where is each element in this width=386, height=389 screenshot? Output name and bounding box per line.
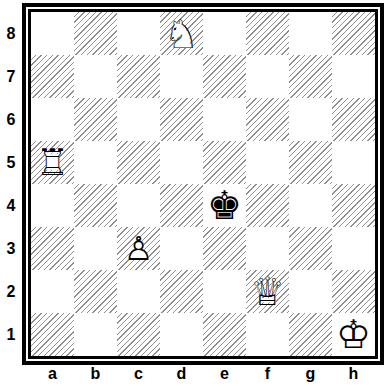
rank-labels: 87654321 (0, 12, 22, 356)
square-a3[interactable] (31, 227, 74, 270)
square-e6[interactable] (203, 98, 246, 141)
square-f8[interactable] (246, 12, 289, 55)
square-a2[interactable] (31, 270, 74, 313)
square-d4[interactable] (160, 184, 203, 227)
black-king-glyph: ♚ (203, 184, 246, 227)
square-f2[interactable]: ♛♕ (246, 270, 289, 313)
square-c5[interactable] (117, 141, 160, 184)
square-b7[interactable] (74, 55, 117, 98)
square-f5[interactable] (246, 141, 289, 184)
square-c3[interactable]: ♟♙ (117, 227, 160, 270)
square-f6[interactable] (246, 98, 289, 141)
square-d5[interactable] (160, 141, 203, 184)
square-c1[interactable] (117, 313, 160, 356)
rank-label-2: 2 (0, 270, 22, 313)
square-e5[interactable] (203, 141, 246, 184)
square-f4[interactable] (246, 184, 289, 227)
square-h1[interactable]: ♚♔ (332, 313, 375, 356)
square-a5[interactable]: ♜♖ (31, 141, 74, 184)
file-label-e: e (203, 361, 246, 387)
white-pawn-glyph: ♙ (117, 227, 160, 270)
square-d8[interactable]: ♞♘ (160, 12, 203, 55)
white-rook-glyph: ♖ (31, 141, 74, 184)
square-h6[interactable] (332, 98, 375, 141)
file-label-h: h (332, 361, 375, 387)
square-h7[interactable] (332, 55, 375, 98)
square-d2[interactable] (160, 270, 203, 313)
file-label-b: b (74, 361, 117, 387)
square-b3[interactable] (74, 227, 117, 270)
square-e1[interactable] (203, 313, 246, 356)
rank-label-1: 1 (0, 313, 22, 356)
file-label-d: d (160, 361, 203, 387)
square-g1[interactable] (289, 313, 332, 356)
square-f7[interactable] (246, 55, 289, 98)
square-g3[interactable] (289, 227, 332, 270)
square-e7[interactable] (203, 55, 246, 98)
square-e4[interactable]: ♚ (203, 184, 246, 227)
board-inner-frame: ♞♘♜♖♚♟♙♛♕♚♔ (28, 9, 378, 359)
white-king-glyph: ♔ (332, 313, 375, 356)
square-c2[interactable] (117, 270, 160, 313)
square-c8[interactable] (117, 12, 160, 55)
piece-white-king-h1[interactable]: ♚♔ (332, 313, 375, 356)
square-c4[interactable] (117, 184, 160, 227)
square-a7[interactable] (31, 55, 74, 98)
square-c7[interactable] (117, 55, 160, 98)
square-f3[interactable] (246, 227, 289, 270)
rank-label-8: 8 (0, 12, 22, 55)
rank-label-7: 7 (0, 55, 22, 98)
square-h2[interactable] (332, 270, 375, 313)
square-g8[interactable] (289, 12, 332, 55)
square-b4[interactable] (74, 184, 117, 227)
square-b1[interactable] (74, 313, 117, 356)
chess-diagram: 87654321 ♞♘♜♖♚♟♙♛♕♚♔ abcdefgh (0, 0, 386, 389)
square-h3[interactable] (332, 227, 375, 270)
square-b8[interactable] (74, 12, 117, 55)
square-d3[interactable] (160, 227, 203, 270)
rank-label-6: 6 (0, 98, 22, 141)
board: ♞♘♜♖♚♟♙♛♕♚♔ (31, 12, 375, 356)
square-g6[interactable] (289, 98, 332, 141)
square-e2[interactable] (203, 270, 246, 313)
square-g7[interactable] (289, 55, 332, 98)
rank-label-3: 3 (0, 227, 22, 270)
square-a1[interactable] (31, 313, 74, 356)
file-labels: abcdefgh (31, 361, 375, 387)
square-b6[interactable] (74, 98, 117, 141)
white-queen-glyph: ♕ (246, 270, 289, 313)
square-a8[interactable] (31, 12, 74, 55)
file-label-f: f (246, 361, 289, 387)
square-b5[interactable] (74, 141, 117, 184)
square-a6[interactable] (31, 98, 74, 141)
square-f1[interactable] (246, 313, 289, 356)
board-frame: ♞♘♜♖♚♟♙♛♕♚♔ (22, 3, 384, 365)
file-label-a: a (31, 361, 74, 387)
square-d1[interactable] (160, 313, 203, 356)
rank-label-5: 5 (0, 141, 22, 184)
square-a4[interactable] (31, 184, 74, 227)
file-label-c: c (117, 361, 160, 387)
square-e8[interactable] (203, 12, 246, 55)
piece-white-pawn-c3[interactable]: ♟♙ (117, 227, 160, 270)
square-c6[interactable] (117, 98, 160, 141)
square-g4[interactable] (289, 184, 332, 227)
piece-white-rook-a5[interactable]: ♜♖ (31, 141, 74, 184)
square-h5[interactable] (332, 141, 375, 184)
white-knight-glyph: ♘ (160, 12, 203, 55)
piece-black-king-e4[interactable]: ♚ (203, 184, 246, 227)
square-h4[interactable] (332, 184, 375, 227)
square-h8[interactable] (332, 12, 375, 55)
square-b2[interactable] (74, 270, 117, 313)
square-g5[interactable] (289, 141, 332, 184)
square-d7[interactable] (160, 55, 203, 98)
piece-white-knight-d8[interactable]: ♞♘ (160, 12, 203, 55)
square-g2[interactable] (289, 270, 332, 313)
file-label-g: g (289, 361, 332, 387)
square-e3[interactable] (203, 227, 246, 270)
square-d6[interactable] (160, 98, 203, 141)
rank-label-4: 4 (0, 184, 22, 227)
piece-white-queen-f2[interactable]: ♛♕ (246, 270, 289, 313)
